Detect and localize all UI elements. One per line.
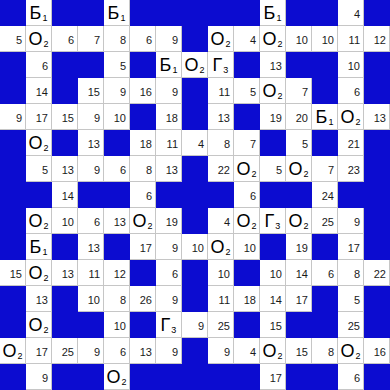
block-cell-r0c2 bbox=[52, 0, 78, 26]
number-cell-r3c4[interactable]: 9 bbox=[104, 78, 130, 104]
cell-code-number: 14 bbox=[296, 268, 308, 280]
block-cell-r0c11 bbox=[286, 0, 312, 26]
number-cell-r9c6[interactable]: 9 bbox=[156, 234, 182, 260]
given-letter-cell-r9c8[interactable]: О2 bbox=[208, 234, 234, 260]
number-cell-r4c6[interactable]: 18 bbox=[156, 104, 182, 130]
block-cell-r14c7 bbox=[182, 364, 208, 390]
cell-code-number: 13 bbox=[374, 112, 386, 124]
cell-code-number: 20 bbox=[296, 112, 308, 124]
block-cell-r7c0 bbox=[0, 182, 26, 208]
letter-code-subscript: 2 bbox=[252, 221, 257, 231]
given-letter-cell-r0c10[interactable]: Б1 bbox=[260, 0, 286, 26]
block-cell-r14c12 bbox=[312, 364, 338, 390]
number-cell-r1c4[interactable]: 8 bbox=[104, 26, 130, 52]
number-cell-r12c8[interactable]: 25 bbox=[208, 312, 234, 338]
number-cell-r11c10[interactable]: 14 bbox=[260, 286, 286, 312]
cell-code-number: 5 bbox=[354, 294, 360, 306]
block-cell-r7c13 bbox=[338, 182, 364, 208]
cell-code-number: 17 bbox=[348, 242, 360, 254]
given-letter-cell-r14c4[interactable]: О2 bbox=[104, 364, 130, 390]
number-cell-r1c2[interactable]: 6 bbox=[52, 26, 78, 52]
given-letter-cell-r9c1[interactable]: Б1 bbox=[26, 234, 52, 260]
letter-glyph: Г bbox=[265, 211, 275, 231]
number-cell-r14c1[interactable]: 9 bbox=[26, 364, 52, 390]
letter-code-subscript: 2 bbox=[278, 91, 283, 101]
cell-code-number: 9 bbox=[172, 86, 178, 98]
letter-glyph: Б bbox=[316, 107, 328, 127]
number-cell-r5c8[interactable]: 8 bbox=[208, 130, 234, 156]
block-cell-r8c0 bbox=[0, 208, 26, 234]
number-cell-r3c5[interactable]: 16 bbox=[130, 78, 156, 104]
cell-code-number: 6 bbox=[146, 190, 152, 202]
cell-code-number: 10 bbox=[114, 320, 126, 332]
number-cell-r3c9[interactable]: 5 bbox=[234, 78, 260, 104]
cell-code-number: 17 bbox=[270, 372, 282, 384]
cell-code-number: 8 bbox=[120, 294, 126, 306]
cell-code-number: 11 bbox=[219, 294, 230, 306]
number-cell-r13c14[interactable]: 16 bbox=[364, 338, 390, 364]
number-cell-r1c12[interactable]: 10 bbox=[312, 26, 338, 52]
number-cell-r11c4[interactable]: 8 bbox=[104, 286, 130, 312]
block-cell-r7c10 bbox=[260, 182, 286, 208]
cell-code-number: 11 bbox=[167, 138, 178, 150]
cell-code-number: 9 bbox=[94, 164, 100, 176]
number-cell-r6c6[interactable]: 13 bbox=[156, 156, 182, 182]
number-cell-r9c5[interactable]: 17 bbox=[130, 234, 156, 260]
number-cell-r6c8[interactable]: 22 bbox=[208, 156, 234, 182]
cell-code-number: 14 bbox=[270, 294, 282, 306]
cell-code-number: 9 bbox=[120, 86, 126, 98]
letter-glyph: О bbox=[132, 211, 146, 231]
given-letter-cell-r4c12[interactable]: Б1 bbox=[312, 104, 338, 130]
cell-code-number: 19 bbox=[166, 216, 178, 228]
block-cell-r10c9 bbox=[234, 260, 260, 286]
cell-code-number: 8 bbox=[354, 268, 360, 280]
cell-code-number: 11 bbox=[89, 268, 100, 280]
number-cell-r4c8[interactable]: 13 bbox=[208, 104, 234, 130]
letter-code-subscript: 2 bbox=[200, 65, 205, 75]
number-cell-r1c9[interactable]: 4 bbox=[234, 26, 260, 52]
number-cell-r4c14[interactable]: 13 bbox=[364, 104, 390, 130]
block-cell-r9c2 bbox=[52, 234, 78, 260]
cell-code-number: 9 bbox=[42, 372, 48, 384]
number-cell-r9c13[interactable]: 17 bbox=[338, 234, 364, 260]
number-cell-r10c0[interactable]: 15 bbox=[0, 260, 26, 286]
block-cell-r0c8 bbox=[208, 0, 234, 26]
given-letter-cell-r10c1[interactable]: О2 bbox=[26, 260, 52, 286]
cell-code-number: 6 bbox=[120, 346, 126, 358]
number-cell-r7c2[interactable]: 14 bbox=[52, 182, 78, 208]
number-cell-r11c8[interactable]: 11 bbox=[208, 286, 234, 312]
cell-code-number: 10 bbox=[322, 34, 334, 46]
cell-code-number: 9 bbox=[198, 320, 204, 332]
block-cell-r14c11 bbox=[286, 364, 312, 390]
block-cell-r0c9 bbox=[234, 0, 260, 26]
cell-code-number: 7 bbox=[302, 86, 308, 98]
number-cell-r11c3[interactable]: 10 bbox=[78, 286, 104, 312]
block-cell-r7c8 bbox=[208, 182, 234, 208]
cell-code-number: 4 bbox=[250, 34, 256, 46]
letter-glyph: О bbox=[340, 107, 354, 127]
block-cell-r7c3 bbox=[78, 182, 104, 208]
number-cell-r13c12[interactable]: 8 bbox=[312, 338, 338, 364]
number-cell-r5c11[interactable]: 5 bbox=[286, 130, 312, 156]
block-cell-r13c7 bbox=[182, 338, 208, 364]
number-cell-r6c5[interactable]: 8 bbox=[130, 156, 156, 182]
number-cell-r3c1[interactable]: 14 bbox=[26, 78, 52, 104]
given-letter-cell-r13c13[interactable]: О2 bbox=[338, 338, 364, 364]
number-cell-r9c9[interactable]: 10 bbox=[234, 234, 260, 260]
number-cell-r10c13[interactable]: 8 bbox=[338, 260, 364, 286]
cell-code-number: 9 bbox=[94, 112, 100, 124]
block-cell-r5c12 bbox=[312, 130, 338, 156]
letter-code-subscript: 2 bbox=[44, 39, 49, 49]
number-cell-r10c10[interactable]: 10 bbox=[260, 260, 286, 286]
letter-glyph: Б bbox=[108, 3, 120, 23]
given-letter-cell-r13c0[interactable]: О2 bbox=[0, 338, 26, 364]
block-cell-r2c14 bbox=[364, 52, 390, 78]
block-cell-r3c7 bbox=[182, 78, 208, 104]
letter-glyph: О bbox=[28, 315, 42, 335]
given-letter-cell-r5c1[interactable]: О2 bbox=[26, 130, 52, 156]
number-cell-r6c12[interactable]: 7 bbox=[312, 156, 338, 182]
given-letter-cell-r0c4[interactable]: Б1 bbox=[104, 0, 130, 26]
number-cell-r1c6[interactable]: 9 bbox=[156, 26, 182, 52]
block-cell-r6c0 bbox=[0, 156, 26, 182]
number-cell-r1c14[interactable]: 12 bbox=[364, 26, 390, 52]
number-cell-r3c11[interactable]: 7 bbox=[286, 78, 312, 104]
number-cell-r9c7[interactable]: 10 bbox=[182, 234, 208, 260]
letter-code-subscript: 3 bbox=[171, 325, 176, 335]
number-cell-r11c1[interactable]: 13 bbox=[26, 286, 52, 312]
number-cell-r13c11[interactable]: 15 bbox=[286, 338, 312, 364]
block-cell-r3c2 bbox=[52, 78, 78, 104]
number-cell-r6c2[interactable]: 13 bbox=[52, 156, 78, 182]
cell-code-number: 13 bbox=[88, 138, 100, 150]
cell-code-number: 8 bbox=[224, 138, 230, 150]
cell-code-number: 5 bbox=[42, 164, 48, 176]
block-cell-r4c7 bbox=[182, 104, 208, 130]
cell-code-number: 5 bbox=[302, 138, 308, 150]
number-cell-r1c11[interactable]: 10 bbox=[286, 26, 312, 52]
cell-code-number: 19 bbox=[270, 112, 282, 124]
cell-code-number: 6 bbox=[68, 34, 74, 46]
number-cell-r2c13[interactable]: 10 bbox=[338, 52, 364, 78]
block-cell-r14c0 bbox=[0, 364, 26, 390]
cell-code-number: 19 bbox=[296, 242, 308, 254]
given-letter-cell-r8c1[interactable]: О2 bbox=[26, 208, 52, 234]
cell-code-number: 13 bbox=[36, 294, 48, 306]
cell-code-number: 17 bbox=[296, 294, 308, 306]
given-letter-cell-r8c9[interactable]: О2 bbox=[234, 208, 260, 234]
number-cell-r2c1[interactable]: 6 bbox=[26, 52, 52, 78]
cell-code-number: 22 bbox=[374, 268, 386, 280]
number-cell-r10c3[interactable]: 11 bbox=[78, 260, 104, 286]
cell-code-number: 7 bbox=[328, 164, 334, 176]
number-cell-r7c5[interactable]: 6 bbox=[130, 182, 156, 208]
cell-code-number: 17 bbox=[36, 346, 48, 358]
given-letter-cell-r2c6[interactable]: Б1 bbox=[156, 52, 182, 78]
given-letter-cell-r1c10[interactable]: О2 bbox=[260, 26, 286, 52]
number-cell-r10c14[interactable]: 22 bbox=[364, 260, 390, 286]
number-cell-r10c8[interactable]: 10 bbox=[208, 260, 234, 286]
number-cell-r5c3[interactable]: 13 bbox=[78, 130, 104, 156]
number-cell-r6c3[interactable]: 9 bbox=[78, 156, 104, 182]
number-cell-r0c13[interactable]: 4 bbox=[338, 0, 364, 26]
given-letter-cell-r4c13[interactable]: О2 bbox=[338, 104, 364, 130]
number-cell-r5c9[interactable]: 7 bbox=[234, 130, 260, 156]
letter-glyph: О bbox=[28, 263, 42, 283]
number-cell-r4c1[interactable]: 17 bbox=[26, 104, 52, 130]
block-cell-r1c7 bbox=[182, 26, 208, 52]
cell-code-number: 10 bbox=[296, 34, 308, 46]
block-cell-r11c2 bbox=[52, 286, 78, 312]
number-cell-r9c11[interactable]: 19 bbox=[286, 234, 312, 260]
cell-code-number: 17 bbox=[36, 112, 48, 124]
number-cell-r10c4[interactable]: 12 bbox=[104, 260, 130, 286]
number-cell-r11c5[interactable]: 26 bbox=[130, 286, 156, 312]
letter-glyph: О bbox=[2, 341, 16, 361]
given-letter-cell-r12c6[interactable]: Г3 bbox=[156, 312, 182, 338]
letter-code-subscript: 3 bbox=[275, 221, 280, 231]
number-cell-r8c3[interactable]: 6 bbox=[78, 208, 104, 234]
given-letter-cell-r13c10[interactable]: О2 bbox=[260, 338, 286, 364]
given-letter-cell-r6c11[interactable]: О2 bbox=[286, 156, 312, 182]
letter-code-subscript: 1 bbox=[276, 13, 281, 23]
number-cell-r12c4[interactable]: 10 bbox=[104, 312, 130, 338]
letter-glyph: О bbox=[184, 55, 198, 75]
given-letter-cell-r6c9[interactable]: О2 bbox=[234, 156, 260, 182]
number-cell-r6c1[interactable]: 5 bbox=[26, 156, 52, 182]
number-cell-r12c13[interactable]: 25 bbox=[338, 312, 364, 338]
block-cell-r0c0 bbox=[0, 0, 26, 26]
block-cell-r12c11 bbox=[286, 312, 312, 338]
number-cell-r7c12[interactable]: 24 bbox=[312, 182, 338, 208]
letter-glyph: О bbox=[262, 341, 276, 361]
cell-code-number: 6 bbox=[172, 268, 178, 280]
letter-glyph: О bbox=[236, 211, 250, 231]
number-cell-r13c5[interactable]: 13 bbox=[130, 338, 156, 364]
letter-glyph: О bbox=[288, 211, 302, 231]
number-cell-r2c4[interactable]: 5 bbox=[104, 52, 130, 78]
cell-code-number: 25 bbox=[62, 346, 74, 358]
cell-code-number: 6 bbox=[250, 190, 256, 202]
number-cell-r1c3[interactable]: 7 bbox=[78, 26, 104, 52]
number-cell-r5c5[interactable]: 18 bbox=[130, 130, 156, 156]
cell-code-number: 10 bbox=[62, 216, 74, 228]
cell-code-number: 13 bbox=[114, 216, 126, 228]
number-cell-r5c7[interactable]: 4 bbox=[182, 130, 208, 156]
block-cell-r7c4 bbox=[104, 182, 130, 208]
block-cell-r7c14 bbox=[364, 182, 390, 208]
cell-code-number: 25 bbox=[348, 320, 360, 332]
letter-code-subscript: 2 bbox=[44, 325, 49, 335]
number-cell-r10c2[interactable]: 13 bbox=[52, 260, 78, 286]
cell-code-number: 6 bbox=[94, 216, 100, 228]
block-cell-r3c12 bbox=[312, 78, 338, 104]
letter-glyph: Б bbox=[160, 55, 172, 75]
number-cell-r4c10[interactable]: 19 bbox=[260, 104, 286, 130]
given-letter-cell-r8c10[interactable]: Г3 bbox=[260, 208, 286, 234]
number-cell-r10c6[interactable]: 6 bbox=[156, 260, 182, 286]
number-cell-r13c6[interactable]: 9 bbox=[156, 338, 182, 364]
block-cell-r9c10 bbox=[260, 234, 286, 260]
number-cell-r13c9[interactable]: 4 bbox=[234, 338, 260, 364]
cell-code-number: 8 bbox=[120, 34, 126, 46]
cell-code-number: 13 bbox=[62, 268, 74, 280]
number-cell-r1c5[interactable]: 6 bbox=[130, 26, 156, 52]
given-letter-cell-r8c11[interactable]: О2 bbox=[286, 208, 312, 234]
cell-code-number: 21 bbox=[348, 138, 360, 150]
block-cell-r5c4 bbox=[104, 130, 130, 156]
number-cell-r11c11[interactable]: 17 bbox=[286, 286, 312, 312]
block-cell-r0c14 bbox=[364, 0, 390, 26]
given-letter-cell-r8c5[interactable]: О2 bbox=[130, 208, 156, 234]
block-cell-r0c3 bbox=[78, 0, 104, 26]
block-cell-r14c3 bbox=[78, 364, 104, 390]
given-letter-cell-r2c8[interactable]: Г3 bbox=[208, 52, 234, 78]
number-cell-r7c9[interactable]: 6 bbox=[234, 182, 260, 208]
number-cell-r14c10[interactable]: 17 bbox=[260, 364, 286, 390]
cell-code-number: 24 bbox=[322, 190, 334, 202]
number-cell-r13c4[interactable]: 6 bbox=[104, 338, 130, 364]
number-cell-r13c3[interactable]: 9 bbox=[78, 338, 104, 364]
number-cell-r3c13[interactable]: 6 bbox=[338, 78, 364, 104]
number-cell-r11c13[interactable]: 5 bbox=[338, 286, 364, 312]
block-cell-r14c14 bbox=[364, 364, 390, 390]
block-cell-r7c11 bbox=[286, 182, 312, 208]
cell-code-number: 9 bbox=[172, 346, 178, 358]
letter-code-subscript: 1 bbox=[328, 117, 333, 127]
number-cell-r12c7[interactable]: 9 bbox=[182, 312, 208, 338]
block-cell-r11c7 bbox=[182, 286, 208, 312]
given-letter-cell-r1c1[interactable]: О2 bbox=[26, 26, 52, 52]
letter-glyph: О bbox=[210, 29, 224, 49]
letter-code-subscript: 2 bbox=[252, 169, 257, 179]
cell-code-number: 15 bbox=[88, 86, 100, 98]
block-cell-r5c14 bbox=[364, 130, 390, 156]
number-cell-r10c12[interactable]: 6 bbox=[312, 260, 338, 286]
block-cell-r12c14 bbox=[364, 312, 390, 338]
number-cell-r5c13[interactable]: 21 bbox=[338, 130, 364, 156]
letter-code-subscript: 2 bbox=[44, 143, 49, 153]
block-cell-r8c14 bbox=[364, 208, 390, 234]
given-letter-cell-r3c10[interactable]: О2 bbox=[260, 78, 286, 104]
block-cell-r11c12 bbox=[312, 286, 338, 312]
cell-code-number: 10 bbox=[244, 242, 256, 254]
cell-code-number: 16 bbox=[374, 346, 386, 358]
block-cell-r9c4 bbox=[104, 234, 130, 260]
block-cell-r6c14 bbox=[364, 156, 390, 182]
number-cell-r9c3[interactable]: 13 bbox=[78, 234, 104, 260]
number-cell-r3c8[interactable]: 11 bbox=[208, 78, 234, 104]
number-cell-r10c11[interactable]: 14 bbox=[286, 260, 312, 286]
block-cell-r7c6 bbox=[156, 182, 182, 208]
cell-code-number: 18 bbox=[166, 112, 178, 124]
block-cell-r5c2 bbox=[52, 130, 78, 156]
given-letter-cell-r1c8[interactable]: О2 bbox=[208, 26, 234, 52]
letter-glyph: Б bbox=[264, 3, 276, 23]
given-letter-cell-r2c7[interactable]: О2 bbox=[182, 52, 208, 78]
number-cell-r8c12[interactable]: 25 bbox=[312, 208, 338, 234]
number-cell-r11c9[interactable]: 18 bbox=[234, 286, 260, 312]
cell-code-number: 13 bbox=[62, 164, 74, 176]
letter-code-subscript: 2 bbox=[18, 351, 23, 361]
block-cell-r10c5 bbox=[130, 260, 156, 286]
cell-code-number: 9 bbox=[16, 112, 22, 124]
block-cell-r12c12 bbox=[312, 312, 338, 338]
block-cell-r0c6 bbox=[156, 0, 182, 26]
number-cell-r4c0[interactable]: 9 bbox=[0, 104, 26, 130]
letter-glyph: О bbox=[262, 81, 276, 101]
given-letter-cell-r12c1[interactable]: О2 bbox=[26, 312, 52, 338]
number-cell-r6c4[interactable]: 6 bbox=[104, 156, 130, 182]
cell-code-number: 25 bbox=[322, 216, 334, 228]
number-cell-r1c13[interactable]: 11 bbox=[338, 26, 364, 52]
cell-code-number: 9 bbox=[94, 346, 100, 358]
letter-glyph: О bbox=[28, 211, 42, 231]
cell-code-number: 9 bbox=[224, 346, 230, 358]
cell-code-number: 10 bbox=[192, 242, 204, 254]
letter-code-subscript: 2 bbox=[226, 39, 231, 49]
number-cell-r5c6[interactable]: 11 bbox=[156, 130, 182, 156]
number-cell-r4c3[interactable]: 9 bbox=[78, 104, 104, 130]
number-cell-r3c3[interactable]: 15 bbox=[78, 78, 104, 104]
number-cell-r2c10[interactable]: 13 bbox=[260, 52, 286, 78]
block-cell-r0c12 bbox=[312, 0, 338, 26]
number-cell-r8c4[interactable]: 13 bbox=[104, 208, 130, 234]
cell-code-number: 9 bbox=[172, 294, 178, 306]
block-cell-r7c7 bbox=[182, 182, 208, 208]
letter-glyph: Б bbox=[30, 3, 42, 23]
number-cell-r12c10[interactable]: 15 bbox=[260, 312, 286, 338]
cell-code-number: 13 bbox=[218, 112, 230, 124]
number-cell-r13c8[interactable]: 9 bbox=[208, 338, 234, 364]
letter-code-subscript: 1 bbox=[42, 247, 47, 257]
number-cell-r8c8[interactable]: 4 bbox=[208, 208, 234, 234]
cell-code-number: 4 bbox=[250, 346, 256, 358]
number-cell-r8c6[interactable]: 19 bbox=[156, 208, 182, 234]
letter-glyph: О bbox=[236, 159, 250, 179]
number-cell-r3c6[interactable]: 9 bbox=[156, 78, 182, 104]
letter-glyph: Г bbox=[213, 55, 223, 75]
number-cell-r6c10[interactable]: 5 bbox=[260, 156, 286, 182]
number-cell-r8c2[interactable]: 10 bbox=[52, 208, 78, 234]
number-cell-r4c4[interactable]: 10 bbox=[104, 104, 130, 130]
number-cell-r4c2[interactable]: 15 bbox=[52, 104, 78, 130]
cell-code-number: 5 bbox=[16, 34, 22, 46]
cell-code-number: 14 bbox=[36, 86, 48, 98]
number-cell-r8c13[interactable]: 9 bbox=[338, 208, 364, 234]
cell-code-number: 6 bbox=[120, 164, 126, 176]
cell-code-number: 17 bbox=[140, 242, 152, 254]
number-cell-r11c6[interactable]: 9 bbox=[156, 286, 182, 312]
cell-code-number: 9 bbox=[354, 216, 360, 228]
number-cell-r4c11[interactable]: 20 bbox=[286, 104, 312, 130]
number-cell-r1c0[interactable]: 5 bbox=[0, 26, 26, 52]
given-letter-cell-r0c1[interactable]: Б1 bbox=[26, 0, 52, 26]
block-cell-r5c0 bbox=[0, 130, 26, 156]
cell-code-number: 4 bbox=[198, 138, 204, 150]
number-cell-r13c2[interactable]: 25 bbox=[52, 338, 78, 364]
number-cell-r14c13[interactable]: 6 bbox=[338, 364, 364, 390]
cell-code-number: 26 bbox=[140, 294, 152, 306]
number-cell-r13c1[interactable]: 17 bbox=[26, 338, 52, 364]
block-cell-r12c0 bbox=[0, 312, 26, 338]
number-cell-r6c13[interactable]: 23 bbox=[338, 156, 364, 182]
block-cell-r14c5 bbox=[130, 364, 156, 390]
block-cell-r14c8 bbox=[208, 364, 234, 390]
